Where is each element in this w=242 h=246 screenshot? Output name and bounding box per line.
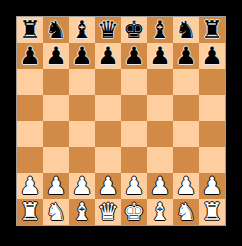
square-d8[interactable]: ♛ — [95, 17, 121, 43]
piece-black-bishop[interactable]: ♝ — [149, 17, 171, 43]
square-c7[interactable]: ♟ — [69, 43, 95, 69]
square-g5[interactable] — [173, 95, 199, 121]
piece-white-pawn[interactable]: ♟ — [19, 173, 41, 199]
square-a6[interactable] — [17, 69, 43, 95]
piece-white-rook[interactable]: ♜ — [201, 199, 223, 225]
piece-white-pawn[interactable]: ♟ — [45, 173, 67, 199]
piece-black-knight[interactable]: ♞ — [45, 17, 67, 43]
square-f6[interactable] — [147, 69, 173, 95]
piece-white-queen[interactable]: ♛ — [97, 199, 119, 225]
square-b2[interactable]: ♟ — [43, 173, 69, 199]
square-g4[interactable] — [173, 121, 199, 147]
square-d7[interactable]: ♟ — [95, 43, 121, 69]
square-b3[interactable] — [43, 147, 69, 173]
square-g2[interactable]: ♟ — [173, 173, 199, 199]
square-a3[interactable] — [17, 147, 43, 173]
piece-black-pawn[interactable]: ♟ — [175, 43, 197, 69]
piece-white-bishop[interactable]: ♝ — [149, 199, 171, 225]
piece-black-bishop[interactable]: ♝ — [71, 17, 93, 43]
piece-black-pawn[interactable]: ♟ — [149, 43, 171, 69]
piece-black-queen[interactable]: ♛ — [97, 17, 119, 43]
square-h7[interactable]: ♟ — [199, 43, 225, 69]
piece-white-pawn[interactable]: ♟ — [97, 173, 119, 199]
square-e4[interactable] — [121, 121, 147, 147]
square-c3[interactable] — [69, 147, 95, 173]
square-c6[interactable] — [69, 69, 95, 95]
square-h8[interactable]: ♜ — [199, 17, 225, 43]
square-b1[interactable]: ♞ — [43, 199, 69, 225]
square-c4[interactable] — [69, 121, 95, 147]
square-f4[interactable] — [147, 121, 173, 147]
square-d4[interactable] — [95, 121, 121, 147]
square-g8[interactable]: ♞ — [173, 17, 199, 43]
piece-black-king[interactable]: ♚ — [123, 17, 145, 43]
piece-black-pawn[interactable]: ♟ — [123, 43, 145, 69]
square-a7[interactable]: ♟ — [17, 43, 43, 69]
piece-black-knight[interactable]: ♞ — [175, 17, 197, 43]
square-g1[interactable]: ♞ — [173, 199, 199, 225]
square-e1[interactable]: ♚ — [121, 199, 147, 225]
square-f5[interactable] — [147, 95, 173, 121]
piece-black-rook[interactable]: ♜ — [19, 17, 41, 43]
piece-white-pawn[interactable]: ♟ — [123, 173, 145, 199]
piece-white-pawn[interactable]: ♟ — [175, 173, 197, 199]
square-a5[interactable] — [17, 95, 43, 121]
square-f3[interactable] — [147, 147, 173, 173]
square-h4[interactable] — [199, 121, 225, 147]
square-b4[interactable] — [43, 121, 69, 147]
square-g6[interactable] — [173, 69, 199, 95]
square-e7[interactable]: ♟ — [121, 43, 147, 69]
piece-white-king[interactable]: ♚ — [123, 199, 145, 225]
square-f2[interactable]: ♟ — [147, 173, 173, 199]
square-c1[interactable]: ♝ — [69, 199, 95, 225]
piece-white-rook[interactable]: ♜ — [19, 199, 41, 225]
square-d5[interactable] — [95, 95, 121, 121]
square-h1[interactable]: ♜ — [199, 199, 225, 225]
chess-board: ♜♞♝♛♚♝♞♜♟♟♟♟♟♟♟♟♟♟♟♟♟♟♟♟♜♞♝♛♚♝♞♜ — [16, 16, 226, 226]
piece-black-pawn[interactable]: ♟ — [201, 43, 223, 69]
square-b7[interactable]: ♟ — [43, 43, 69, 69]
square-a4[interactable] — [17, 121, 43, 147]
piece-white-pawn[interactable]: ♟ — [149, 173, 171, 199]
piece-black-rook[interactable]: ♜ — [201, 17, 223, 43]
square-h6[interactable] — [199, 69, 225, 95]
square-g7[interactable]: ♟ — [173, 43, 199, 69]
square-h3[interactable] — [199, 147, 225, 173]
square-a8[interactable]: ♜ — [17, 17, 43, 43]
square-a2[interactable]: ♟ — [17, 173, 43, 199]
square-a1[interactable]: ♜ — [17, 199, 43, 225]
square-f1[interactable]: ♝ — [147, 199, 173, 225]
piece-black-pawn[interactable]: ♟ — [71, 43, 93, 69]
square-d2[interactable]: ♟ — [95, 173, 121, 199]
square-b8[interactable]: ♞ — [43, 17, 69, 43]
square-f8[interactable]: ♝ — [147, 17, 173, 43]
square-e6[interactable] — [121, 69, 147, 95]
square-h2[interactable]: ♟ — [199, 173, 225, 199]
square-c5[interactable] — [69, 95, 95, 121]
piece-black-pawn[interactable]: ♟ — [19, 43, 41, 69]
square-h5[interactable] — [199, 95, 225, 121]
square-g3[interactable] — [173, 147, 199, 173]
square-d3[interactable] — [95, 147, 121, 173]
piece-white-knight[interactable]: ♞ — [175, 199, 197, 225]
piece-black-pawn[interactable]: ♟ — [97, 43, 119, 69]
piece-black-pawn[interactable]: ♟ — [45, 43, 67, 69]
square-d6[interactable] — [95, 69, 121, 95]
piece-white-bishop[interactable]: ♝ — [71, 199, 93, 225]
square-c2[interactable]: ♟ — [69, 173, 95, 199]
chess-app-window: ♜♞♝♛♚♝♞♜♟♟♟♟♟♟♟♟♟♟♟♟♟♟♟♟♜♞♝♛♚♝♞♜ — [0, 0, 242, 246]
piece-white-knight[interactable]: ♞ — [45, 199, 67, 225]
square-b5[interactable] — [43, 95, 69, 121]
square-e3[interactable] — [121, 147, 147, 173]
square-f7[interactable]: ♟ — [147, 43, 173, 69]
square-e5[interactable] — [121, 95, 147, 121]
square-e2[interactable]: ♟ — [121, 173, 147, 199]
piece-white-pawn[interactable]: ♟ — [201, 173, 223, 199]
square-d1[interactable]: ♛ — [95, 199, 121, 225]
square-b6[interactable] — [43, 69, 69, 95]
square-e8[interactable]: ♚ — [121, 17, 147, 43]
piece-white-pawn[interactable]: ♟ — [71, 173, 93, 199]
square-c8[interactable]: ♝ — [69, 17, 95, 43]
